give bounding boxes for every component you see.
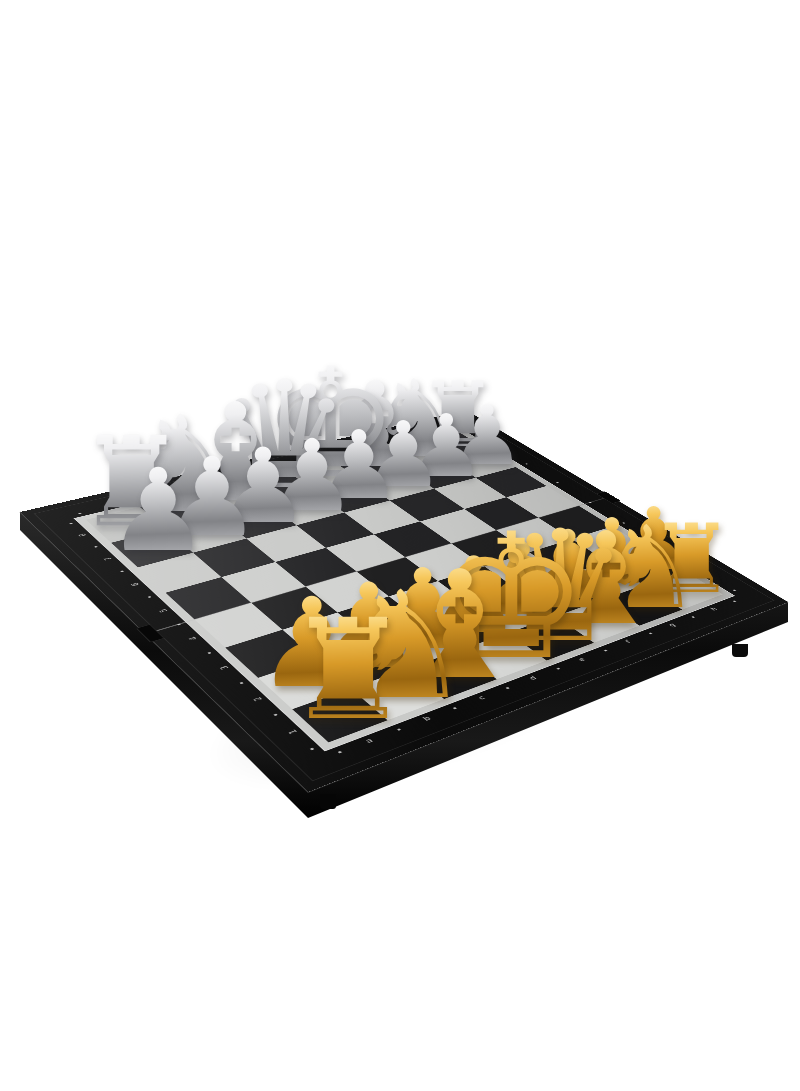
piece-silver-pawn[interactable]: ♟	[107, 454, 209, 568]
board-foot	[732, 644, 748, 657]
board-latch	[320, 794, 336, 809]
product-photo: 12345678abcdefgh ♜♞♝♛♚♝♞♜♟♟♟♟♟♟♟♟♟♟♟♟♟♟♟…	[0, 0, 800, 1091]
piece-gold-rook[interactable]: ♜	[286, 601, 410, 740]
